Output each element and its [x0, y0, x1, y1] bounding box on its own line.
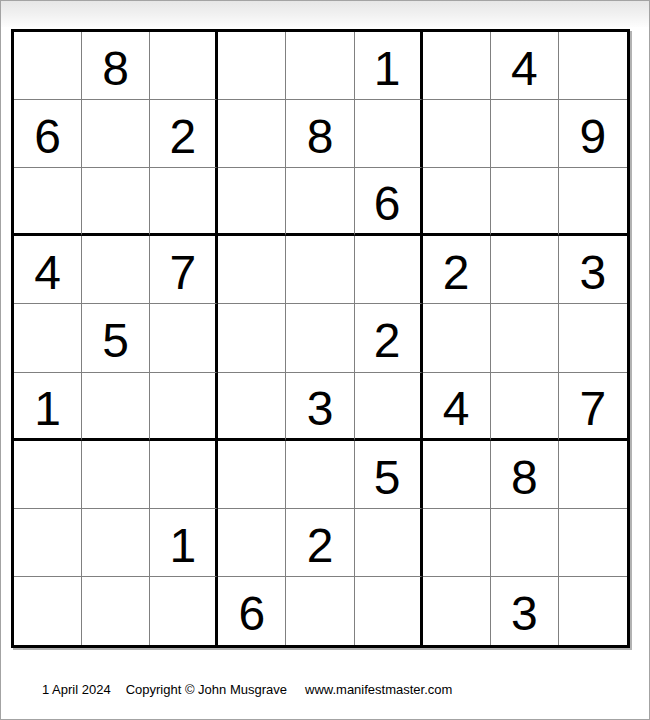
cell-r3-c6[interactable]: 6 — [355, 168, 423, 236]
cell-r6-c4[interactable] — [218, 373, 286, 441]
cell-r5-c9[interactable] — [559, 304, 627, 372]
puzzle-page: 814628964723521347581263 1 April 2024 Co… — [0, 0, 650, 720]
cell-r4-c3[interactable]: 7 — [150, 236, 218, 304]
footer-copyright: Copyright © John Musgrave — [126, 682, 287, 697]
cell-r2-c4[interactable] — [218, 100, 286, 168]
cell-r4-c7[interactable]: 2 — [423, 236, 491, 304]
cell-r8-c7[interactable] — [423, 509, 491, 577]
cell-r4-c9[interactable]: 3 — [559, 236, 627, 304]
cell-r9-c1[interactable] — [14, 577, 82, 645]
cell-r9-c5[interactable] — [286, 577, 354, 645]
cell-r9-c4[interactable]: 6 — [218, 577, 286, 645]
cell-r2-c3[interactable]: 2 — [150, 100, 218, 168]
cell-r2-c5[interactable]: 8 — [286, 100, 354, 168]
cell-r1-c6[interactable]: 1 — [355, 32, 423, 100]
cell-r5-c3[interactable] — [150, 304, 218, 372]
cell-r5-c7[interactable] — [423, 304, 491, 372]
cell-r6-c6[interactable] — [355, 373, 423, 441]
cell-r9-c8[interactable]: 3 — [491, 577, 559, 645]
cell-r9-c6[interactable] — [355, 577, 423, 645]
cell-r1-c1[interactable] — [14, 32, 82, 100]
cell-r7-c5[interactable] — [286, 441, 354, 509]
cell-r2-c8[interactable] — [491, 100, 559, 168]
cell-r6-c2[interactable] — [82, 373, 150, 441]
cell-r3-c2[interactable] — [82, 168, 150, 236]
cell-r7-c3[interactable] — [150, 441, 218, 509]
cell-r3-c4[interactable] — [218, 168, 286, 236]
cell-r8-c5[interactable]: 2 — [286, 509, 354, 577]
cell-r5-c6[interactable]: 2 — [355, 304, 423, 372]
cell-r1-c3[interactable] — [150, 32, 218, 100]
cell-r4-c4[interactable] — [218, 236, 286, 304]
cell-r8-c1[interactable] — [14, 509, 82, 577]
cell-r7-c7[interactable] — [423, 441, 491, 509]
cell-r4-c1[interactable]: 4 — [14, 236, 82, 304]
cell-r7-c4[interactable] — [218, 441, 286, 509]
cell-r3-c8[interactable] — [491, 168, 559, 236]
cell-r4-c5[interactable] — [286, 236, 354, 304]
cell-r1-c7[interactable] — [423, 32, 491, 100]
cell-r8-c9[interactable] — [559, 509, 627, 577]
cell-r8-c3[interactable]: 1 — [150, 509, 218, 577]
footer-website: www.manifestmaster.com — [305, 682, 452, 697]
footer: 1 April 2024 Copyright © John Musgrave w… — [42, 682, 452, 697]
cell-r9-c9[interactable] — [559, 577, 627, 645]
cell-r5-c8[interactable] — [491, 304, 559, 372]
cell-r8-c4[interactable] — [218, 509, 286, 577]
cell-r8-c8[interactable] — [491, 509, 559, 577]
cell-r6-c7[interactable]: 4 — [423, 373, 491, 441]
cell-r3-c7[interactable] — [423, 168, 491, 236]
cell-r1-c8[interactable]: 4 — [491, 32, 559, 100]
sudoku-grid: 814628964723521347581263 — [11, 29, 630, 648]
cell-r4-c2[interactable] — [82, 236, 150, 304]
cell-r5-c2[interactable]: 5 — [82, 304, 150, 372]
cell-r5-c1[interactable] — [14, 304, 82, 372]
cell-r7-c1[interactable] — [14, 441, 82, 509]
cell-r9-c7[interactable] — [423, 577, 491, 645]
cell-r3-c1[interactable] — [14, 168, 82, 236]
cell-r2-c2[interactable] — [82, 100, 150, 168]
cell-r1-c2[interactable]: 8 — [82, 32, 150, 100]
footer-date: 1 April 2024 — [42, 682, 111, 697]
cell-r6-c3[interactable] — [150, 373, 218, 441]
cell-r2-c6[interactable] — [355, 100, 423, 168]
cell-r6-c9[interactable]: 7 — [559, 373, 627, 441]
cell-r2-c7[interactable] — [423, 100, 491, 168]
cell-r7-c9[interactable] — [559, 441, 627, 509]
cell-r2-c9[interactable]: 9 — [559, 100, 627, 168]
cell-r9-c3[interactable] — [150, 577, 218, 645]
cell-r7-c6[interactable]: 5 — [355, 441, 423, 509]
cell-r5-c4[interactable] — [218, 304, 286, 372]
cell-r6-c1[interactable]: 1 — [14, 373, 82, 441]
cell-r9-c2[interactable] — [82, 577, 150, 645]
cell-r3-c3[interactable] — [150, 168, 218, 236]
cell-r4-c6[interactable] — [355, 236, 423, 304]
cell-r1-c4[interactable] — [218, 32, 286, 100]
cell-r7-c8[interactable]: 8 — [491, 441, 559, 509]
cell-r1-c5[interactable] — [286, 32, 354, 100]
header-band — [1, 1, 649, 27]
cell-r7-c2[interactable] — [82, 441, 150, 509]
cell-r8-c6[interactable] — [355, 509, 423, 577]
cell-r4-c8[interactable] — [491, 236, 559, 304]
cell-r5-c5[interactable] — [286, 304, 354, 372]
cell-r6-c8[interactable] — [491, 373, 559, 441]
cell-r3-c5[interactable] — [286, 168, 354, 236]
cell-r8-c2[interactable] — [82, 509, 150, 577]
cell-r6-c5[interactable]: 3 — [286, 373, 354, 441]
cell-r1-c9[interactable] — [559, 32, 627, 100]
cell-r3-c9[interactable] — [559, 168, 627, 236]
cell-r2-c1[interactable]: 6 — [14, 100, 82, 168]
